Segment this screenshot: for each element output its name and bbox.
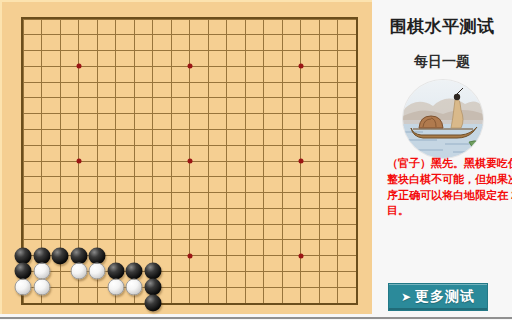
board-grid <box>2 2 372 314</box>
more-tests-label: 更多测试 <box>415 288 475 306</box>
white-stone[interactable] <box>70 263 87 280</box>
problem-line: 序正确可以将白地限定在 2 <box>387 188 512 204</box>
black-stone[interactable] <box>52 247 69 264</box>
sidebar: 围棋水平测试 每日一题 <box>372 0 512 320</box>
go-puzzle-page: 围棋水平测试 每日一题 <box>0 0 512 320</box>
white-stone[interactable] <box>15 279 32 296</box>
star-point <box>76 64 81 69</box>
daily-problem-illustration <box>403 80 483 158</box>
black-stone[interactable] <box>33 247 50 264</box>
problem-description: （官子）黑先。黑棋要吃住 整块白棋不可能，但如果次 序正确可以将白地限定在 2 … <box>387 156 512 219</box>
go-board[interactable] <box>0 0 372 314</box>
daily-problem-label: 每日一题 <box>372 53 512 71</box>
star-point <box>298 64 303 69</box>
page-title: 围棋水平测试 <box>372 15 512 38</box>
black-stone[interactable] <box>144 263 161 280</box>
black-stone[interactable] <box>144 279 161 296</box>
bottom-divider <box>0 317 512 319</box>
star-point <box>298 253 303 258</box>
black-stone[interactable] <box>70 247 87 264</box>
star-point <box>187 159 192 164</box>
arrow-icon: ➤ <box>401 290 412 304</box>
star-point <box>76 159 81 164</box>
star-point <box>187 64 192 69</box>
problem-line: 整块白棋不可能，但如果次 <box>387 172 512 188</box>
black-stone[interactable] <box>15 247 32 264</box>
white-stone[interactable] <box>33 263 50 280</box>
black-stone[interactable] <box>126 263 143 280</box>
white-stone[interactable] <box>89 263 106 280</box>
star-point <box>187 253 192 258</box>
black-stone[interactable] <box>107 263 124 280</box>
star-point <box>298 159 303 164</box>
black-stone[interactable] <box>89 247 106 264</box>
problem-line: （官子）黑先。黑棋要吃住 <box>387 156 512 172</box>
white-stone[interactable] <box>126 279 143 296</box>
white-stone[interactable] <box>107 279 124 296</box>
boat-painting-icon <box>403 80 483 158</box>
more-tests-button[interactable]: ➤ 更多测试 <box>388 283 488 311</box>
black-stone[interactable] <box>15 263 32 280</box>
problem-line: 目。 <box>387 203 512 219</box>
black-stone[interactable] <box>144 295 161 312</box>
white-stone[interactable] <box>33 279 50 296</box>
